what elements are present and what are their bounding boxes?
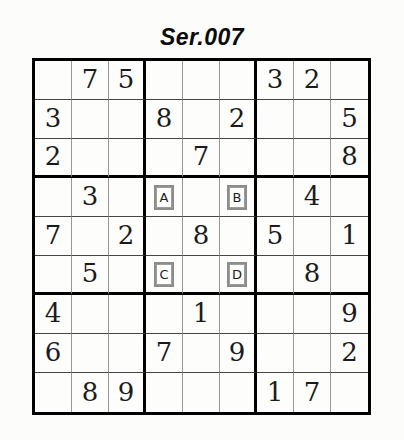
- given-digit: 8: [193, 222, 210, 250]
- cell-r3c6[interactable]: [220, 139, 257, 178]
- cell-r8c2[interactable]: [72, 334, 109, 373]
- cell-r3c5[interactable]: 7: [183, 139, 220, 178]
- cell-r4c3[interactable]: [109, 178, 146, 217]
- given-digit: 3: [82, 183, 99, 211]
- cell-r2c1[interactable]: 3: [35, 100, 72, 139]
- given-digit: 1: [193, 300, 210, 328]
- cell-r1c9[interactable]: [331, 61, 368, 100]
- sudoku-board: 753238252783AB4728515CD841967928917: [32, 58, 371, 415]
- given-digit: 9: [341, 300, 358, 328]
- given-digit: 1: [341, 222, 358, 250]
- cell-r3c8[interactable]: [294, 139, 331, 178]
- cell-r7c6[interactable]: [220, 295, 257, 334]
- letter-box-C: C: [154, 262, 174, 287]
- cell-r2c8[interactable]: [294, 100, 331, 139]
- cell-r9c9[interactable]: [331, 373, 368, 412]
- cell-r5c1[interactable]: 7: [35, 217, 72, 256]
- cell-r5c7[interactable]: 5: [257, 217, 294, 256]
- cell-r4c4[interactable]: A: [146, 178, 183, 217]
- given-digit: 9: [118, 379, 135, 407]
- given-digit: 7: [304, 379, 321, 407]
- cell-r6c5[interactable]: [183, 256, 220, 295]
- given-digit: 5: [267, 222, 284, 250]
- cell-r1c1[interactable]: [35, 61, 72, 100]
- cell-r1c5[interactable]: [183, 61, 220, 100]
- cell-r3c4[interactable]: [146, 139, 183, 178]
- given-digit: 7: [45, 222, 62, 250]
- cell-r8c8[interactable]: [294, 334, 331, 373]
- cell-r3c2[interactable]: [72, 139, 109, 178]
- cell-r2c9[interactable]: 5: [331, 100, 368, 139]
- given-digit: 1: [267, 379, 284, 407]
- cell-r6c2[interactable]: 5: [72, 256, 109, 295]
- cell-r2c2[interactable]: [72, 100, 109, 139]
- cell-r7c7[interactable]: [257, 295, 294, 334]
- given-digit: 7: [82, 66, 99, 94]
- sudoku-page: Ser.007 753238252783AB4728515CD841967928…: [0, 0, 404, 440]
- cell-r2c7[interactable]: [257, 100, 294, 139]
- given-digit: 2: [304, 66, 321, 94]
- cell-r2c5[interactable]: [183, 100, 220, 139]
- given-digit: 7: [156, 339, 173, 367]
- cell-r7c3[interactable]: [109, 295, 146, 334]
- given-digit: 5: [118, 66, 135, 94]
- cell-r1c3[interactable]: 5: [109, 61, 146, 100]
- cell-r6c9[interactable]: [331, 256, 368, 295]
- cell-r6c6[interactable]: D: [220, 256, 257, 295]
- cell-r7c1[interactable]: 4: [35, 295, 72, 334]
- cell-r8c1[interactable]: 6: [35, 334, 72, 373]
- cell-r4c9[interactable]: [331, 178, 368, 217]
- cell-r8c6[interactable]: 9: [220, 334, 257, 373]
- given-digit: 8: [156, 105, 173, 133]
- cell-r6c8[interactable]: 8: [294, 256, 331, 295]
- cell-r7c9[interactable]: 9: [331, 295, 368, 334]
- given-digit: 8: [304, 260, 321, 288]
- cell-r2c3[interactable]: [109, 100, 146, 139]
- cell-r7c5[interactable]: 1: [183, 295, 220, 334]
- cell-r4c2[interactable]: 3: [72, 178, 109, 217]
- cell-r6c7[interactable]: [257, 256, 294, 295]
- cell-r4c5[interactable]: [183, 178, 220, 217]
- cell-r9c8[interactable]: 7: [294, 373, 331, 412]
- cell-r4c1[interactable]: [35, 178, 72, 217]
- cell-r2c4[interactable]: 8: [146, 100, 183, 139]
- cell-r4c6[interactable]: B: [220, 178, 257, 217]
- cell-r6c4[interactable]: C: [146, 256, 183, 295]
- cell-r4c7[interactable]: [257, 178, 294, 217]
- cell-r8c7[interactable]: [257, 334, 294, 373]
- cell-r5c6[interactable]: [220, 217, 257, 256]
- given-digit: 6: [45, 339, 62, 367]
- letter-box-D: D: [227, 262, 247, 287]
- cell-r5c4[interactable]: [146, 217, 183, 256]
- given-digit: 8: [341, 143, 358, 171]
- cell-r9c3[interactable]: 9: [109, 373, 146, 412]
- given-digit: 5: [341, 105, 358, 133]
- cell-r9c5[interactable]: [183, 373, 220, 412]
- puzzle-title: Ser.007: [0, 24, 404, 51]
- cell-r4c8[interactable]: 4: [294, 178, 331, 217]
- given-digit: 2: [118, 222, 135, 250]
- cell-r5c8[interactable]: [294, 217, 331, 256]
- cell-r5c5[interactable]: 8: [183, 217, 220, 256]
- cell-r1c6[interactable]: [220, 61, 257, 100]
- cell-r1c8[interactable]: 2: [294, 61, 331, 100]
- given-digit: 3: [45, 105, 62, 133]
- given-digit: 8: [82, 379, 99, 407]
- cell-r3c9[interactable]: 8: [331, 139, 368, 178]
- given-digit: 5: [82, 260, 99, 288]
- cell-r6c3[interactable]: [109, 256, 146, 295]
- given-digit: 2: [341, 339, 358, 367]
- cell-r8c4[interactable]: 7: [146, 334, 183, 373]
- given-digit: 3: [267, 66, 284, 94]
- cell-r9c4[interactable]: [146, 373, 183, 412]
- cell-r1c2[interactable]: 7: [72, 61, 109, 100]
- cell-r9c6[interactable]: [220, 373, 257, 412]
- cell-r7c8[interactable]: [294, 295, 331, 334]
- cell-r8c3[interactable]: [109, 334, 146, 373]
- cell-r6c1[interactable]: [35, 256, 72, 295]
- cell-r3c1[interactable]: 2: [35, 139, 72, 178]
- cell-r7c2[interactable]: [72, 295, 109, 334]
- given-digit: 2: [45, 143, 62, 171]
- given-digit: 2: [229, 105, 246, 133]
- cell-r1c4[interactable]: [146, 61, 183, 100]
- given-digit: 4: [45, 300, 62, 328]
- cell-r9c2[interactable]: 8: [72, 373, 109, 412]
- letter-box-B: B: [227, 185, 247, 210]
- cell-r8c9[interactable]: 2: [331, 334, 368, 373]
- given-digit: 7: [193, 143, 210, 171]
- cell-r1c7[interactable]: 3: [257, 61, 294, 100]
- given-digit: 4: [304, 183, 321, 211]
- cell-r3c3[interactable]: [109, 139, 146, 178]
- cell-r3c7[interactable]: [257, 139, 294, 178]
- given-digit: 9: [229, 339, 246, 367]
- cell-r9c7[interactable]: 1: [257, 373, 294, 412]
- cell-r9c1[interactable]: [35, 373, 72, 412]
- letter-box-A: A: [154, 185, 174, 210]
- cell-r5c2[interactable]: [72, 217, 109, 256]
- cell-r2c6[interactable]: 2: [220, 100, 257, 139]
- cell-r8c5[interactable]: [183, 334, 220, 373]
- cell-r5c9[interactable]: 1: [331, 217, 368, 256]
- cell-r7c4[interactable]: [146, 295, 183, 334]
- cell-r5c3[interactable]: 2: [109, 217, 146, 256]
